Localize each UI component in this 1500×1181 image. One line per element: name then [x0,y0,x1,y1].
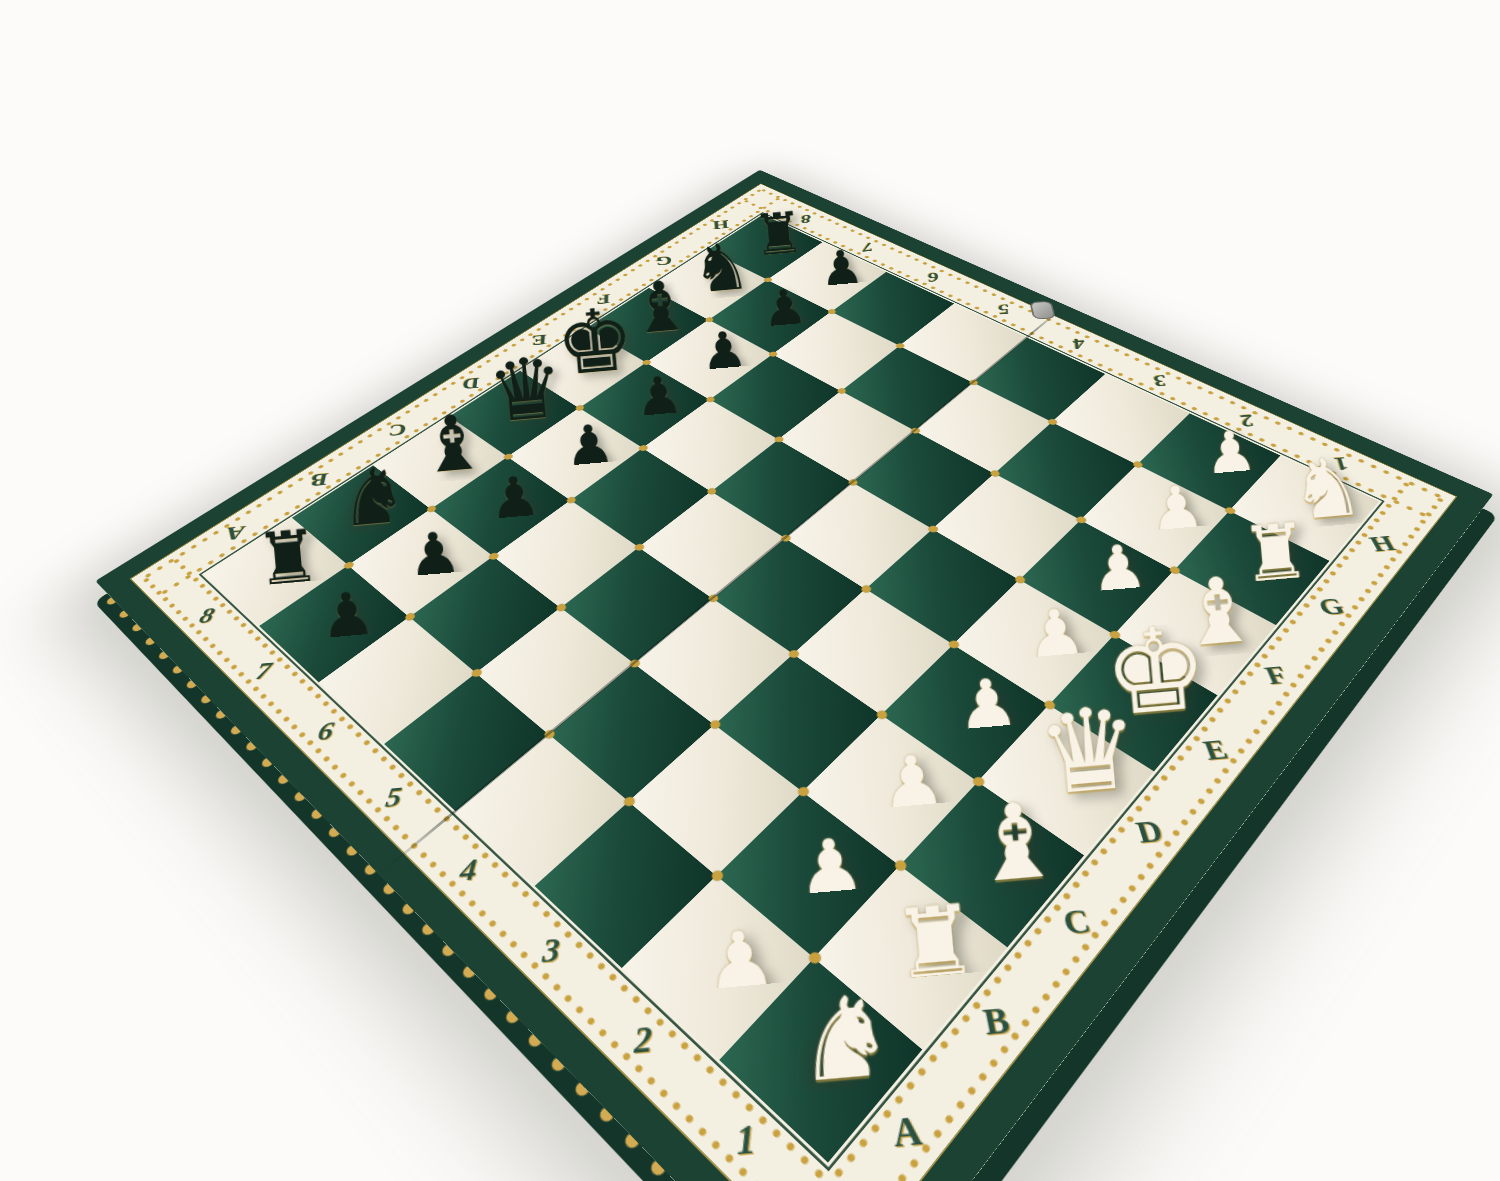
chess-board: AABBCCDDEEFFGGHH1122334455667788 ♜♞♝♛♚♝♞… [95,169,1493,1181]
scene: AABBCCDDEEFFGGHH1122334455667788 ♜♞♝♛♚♝♞… [0,0,1500,1181]
photo-page: { "game": "chess", "camera_view": "overh… [0,0,1500,1181]
white-knight-glyph: ♞ [767,976,922,1101]
photo-stage: AABBCCDDEEFFGGHH1122334455667788 ♜♞♝♛♚♝♞… [0,0,1500,1181]
